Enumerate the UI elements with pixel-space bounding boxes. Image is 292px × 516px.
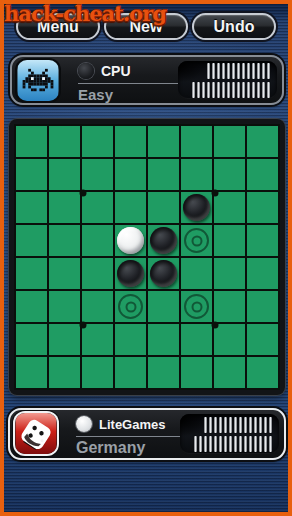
cell-h2[interactable] — [247, 159, 278, 190]
tray-disc-bar — [267, 82, 270, 98]
tray-disc-bar — [244, 436, 247, 452]
cell-b5[interactable] — [49, 258, 80, 289]
tray-disc-bar — [249, 436, 252, 452]
tray-disc-bar — [237, 82, 240, 98]
tray-disc-bar — [227, 82, 230, 98]
tray-disc-bar — [207, 82, 210, 98]
undo-button[interactable]: Undo — [192, 13, 276, 40]
tray-disc-bar — [212, 82, 215, 98]
dice-icon — [15, 413, 57, 454]
tray-disc-bar — [217, 63, 220, 79]
tray-disc-bar — [209, 436, 212, 452]
watermark: hack-cheat.org — [4, 1, 166, 26]
black-disc-e5 — [150, 260, 177, 287]
tray-disc-bar — [204, 436, 207, 452]
cell-b3[interactable] — [49, 192, 80, 223]
tray-disc-bar — [237, 63, 240, 79]
cell-f7[interactable] — [181, 324, 212, 355]
cell-c8[interactable] — [82, 357, 113, 388]
cell-e5[interactable] — [148, 258, 179, 289]
divider — [76, 436, 188, 437]
cpu-disc-tray — [178, 61, 277, 99]
black-disc-f3 — [183, 194, 210, 221]
cpu-player-panel: CPU Easy — [10, 55, 284, 105]
cell-h4[interactable] — [247, 225, 278, 256]
cell-e6[interactable] — [148, 291, 179, 322]
cell-a5[interactable] — [16, 258, 47, 289]
cell-d3[interactable] — [115, 192, 146, 223]
tray-disc-bar — [192, 82, 195, 98]
cpu-player-name: CPU — [101, 63, 131, 79]
tray-disc-bar — [239, 436, 242, 452]
cell-f5[interactable] — [181, 258, 212, 289]
cell-a2[interactable] — [16, 159, 47, 190]
cell-c3[interactable] — [82, 192, 113, 223]
tray-disc-bar — [229, 436, 232, 452]
tray-disc-bar — [222, 82, 225, 98]
cell-a7[interactable] — [16, 324, 47, 355]
tray-disc-bar — [247, 82, 250, 98]
tray-disc-bar — [224, 436, 227, 452]
tray-disc-bar — [229, 417, 232, 433]
cell-c6[interactable] — [82, 291, 113, 322]
tray-disc-bar — [209, 417, 212, 433]
cell-c1[interactable] — [82, 126, 113, 157]
tray-disc-bar — [219, 417, 222, 433]
cell-a1[interactable] — [16, 126, 47, 157]
legal-move-hint-d6[interactable] — [118, 294, 143, 319]
tray-disc-bar — [219, 436, 222, 452]
tray-disc-bar — [197, 82, 200, 98]
cpu-tray-row-bottom — [185, 81, 270, 98]
tray-disc-bar — [202, 82, 205, 98]
cpu-tray-row-top — [185, 62, 270, 79]
tray-disc-bar — [244, 417, 247, 433]
cell-f8[interactable] — [181, 357, 212, 388]
cell-c5[interactable] — [82, 258, 113, 289]
cell-d7[interactable] — [115, 324, 146, 355]
tray-disc-bar — [269, 436, 272, 452]
human-player-info: LiteGames Germany — [76, 415, 194, 457]
star-point — [80, 190, 87, 197]
tray-disc-bar — [222, 63, 225, 79]
cell-b4[interactable] — [49, 225, 80, 256]
tray-disc-bar — [234, 417, 237, 433]
cell-d8[interactable] — [115, 357, 146, 388]
cell-g8[interactable] — [214, 357, 245, 388]
tray-disc-bar — [212, 63, 215, 79]
cell-g7[interactable] — [214, 324, 245, 355]
tray-disc-bar — [259, 417, 262, 433]
divider — [78, 83, 190, 84]
legal-move-hint-f6[interactable] — [184, 294, 209, 319]
cpu-disc-color-indicator — [78, 63, 94, 79]
human-player-panel: LiteGames Germany — [8, 408, 286, 460]
board-grid — [14, 124, 280, 390]
cell-g1[interactable] — [214, 126, 245, 157]
human-player-name: LiteGames — [99, 417, 165, 432]
app-screen: hack-cheat.org Menu New Undo CPU — [0, 0, 292, 516]
cell-g3[interactable] — [214, 192, 245, 223]
cell-d4[interactable] — [115, 225, 146, 256]
legal-move-hint-f4[interactable] — [184, 228, 209, 253]
cell-g6[interactable] — [214, 291, 245, 322]
cell-h3[interactable] — [247, 192, 278, 223]
tray-disc-bar — [267, 63, 270, 79]
cell-f4[interactable] — [181, 225, 212, 256]
cell-f3[interactable] — [181, 192, 212, 223]
cell-f1[interactable] — [181, 126, 212, 157]
cell-e7[interactable] — [148, 324, 179, 355]
tray-disc-bar — [252, 82, 255, 98]
cell-f6[interactable] — [181, 291, 212, 322]
cell-e2[interactable] — [148, 159, 179, 190]
cell-d2[interactable] — [115, 159, 146, 190]
human-tray-row-top — [187, 416, 272, 433]
tray-disc-bar — [259, 436, 262, 452]
cell-h7[interactable] — [247, 324, 278, 355]
human-disc-color-indicator — [76, 416, 92, 432]
tray-disc-bar — [194, 436, 197, 452]
tray-disc-bar — [214, 436, 217, 452]
black-disc-e4 — [150, 227, 177, 254]
cell-h6[interactable] — [247, 291, 278, 322]
cell-g4[interactable] — [214, 225, 245, 256]
cell-h5[interactable] — [247, 258, 278, 289]
tray-disc-bar — [199, 436, 202, 452]
tray-disc-bar — [254, 417, 257, 433]
tray-disc-bar — [207, 63, 210, 79]
tray-disc-bar — [262, 82, 265, 98]
cell-g2[interactable] — [214, 159, 245, 190]
tray-disc-bar — [242, 82, 245, 98]
cell-g5[interactable] — [214, 258, 245, 289]
cell-d6[interactable] — [115, 291, 146, 322]
tray-disc-bar — [242, 63, 245, 79]
cell-e1[interactable] — [148, 126, 179, 157]
cell-c2[interactable] — [82, 159, 113, 190]
cell-h8[interactable] — [247, 357, 278, 388]
cell-e4[interactable] — [148, 225, 179, 256]
cell-h1[interactable] — [247, 126, 278, 157]
tray-disc-bar — [214, 417, 217, 433]
star-point — [80, 322, 87, 329]
cell-a8[interactable] — [16, 357, 47, 388]
tray-disc-bar — [254, 436, 257, 452]
white-disc-d4 — [117, 227, 144, 254]
tray-disc-bar — [252, 63, 255, 79]
cell-a4[interactable] — [16, 225, 47, 256]
tray-disc-bar — [232, 63, 235, 79]
tray-disc-bar — [239, 417, 242, 433]
tray-disc-bar — [257, 63, 260, 79]
tray-disc-bar — [262, 63, 265, 79]
cell-b8[interactable] — [49, 357, 80, 388]
cell-b7[interactable] — [49, 324, 80, 355]
tray-disc-bar — [232, 82, 235, 98]
cell-e8[interactable] — [148, 357, 179, 388]
cell-b6[interactable] — [49, 291, 80, 322]
tray-disc-bar — [264, 436, 267, 452]
tray-disc-bar — [257, 82, 260, 98]
human-player-country: Germany — [76, 439, 194, 457]
cell-f2[interactable] — [181, 159, 212, 190]
tray-disc-bar — [249, 417, 252, 433]
board-frame — [9, 119, 285, 395]
star-point — [212, 322, 219, 329]
cell-a3[interactable] — [16, 192, 47, 223]
tray-disc-bar — [227, 63, 230, 79]
tray-disc-bar — [217, 82, 220, 98]
tray-disc-bar — [204, 417, 207, 433]
cell-b1[interactable] — [49, 126, 80, 157]
space-invader-icon — [17, 60, 59, 101]
tray-disc-bar — [247, 63, 250, 79]
cell-d1[interactable] — [115, 126, 146, 157]
tray-disc-bar — [264, 417, 267, 433]
cell-a6[interactable] — [16, 291, 47, 322]
cell-e3[interactable] — [148, 192, 179, 223]
black-disc-d5 — [117, 260, 144, 287]
tray-disc-bar — [224, 417, 227, 433]
star-point — [212, 190, 219, 197]
cell-c7[interactable] — [82, 324, 113, 355]
human-tray-row-bottom — [187, 435, 272, 452]
tray-disc-bar — [234, 436, 237, 452]
cell-d5[interactable] — [115, 258, 146, 289]
tray-disc-bar — [269, 417, 272, 433]
cell-b2[interactable] — [49, 159, 80, 190]
human-disc-tray — [180, 414, 279, 454]
cell-c4[interactable] — [82, 225, 113, 256]
